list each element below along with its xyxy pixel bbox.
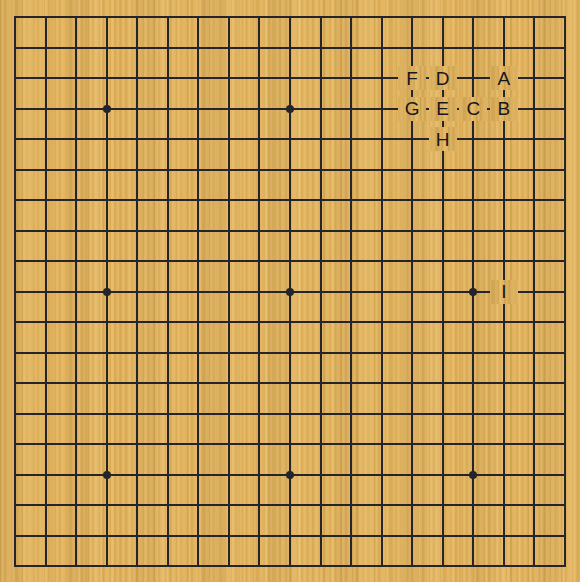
point-label-D[interactable]: D bbox=[429, 66, 457, 90]
point-label-A[interactable]: A bbox=[490, 66, 518, 90]
grid-line-horizontal bbox=[14, 382, 566, 384]
star-point bbox=[103, 105, 111, 113]
point-label-H[interactable]: H bbox=[429, 127, 457, 151]
grid-line-vertical bbox=[320, 16, 322, 567]
star-point bbox=[103, 288, 111, 296]
grid-line-vertical bbox=[533, 16, 535, 567]
star-point bbox=[286, 288, 294, 296]
star-point bbox=[103, 471, 111, 479]
grid-line-vertical bbox=[564, 16, 566, 567]
grid-line-vertical bbox=[350, 16, 352, 567]
point-label-C[interactable]: C bbox=[459, 97, 487, 121]
star-point bbox=[469, 471, 477, 479]
grid-line-horizontal bbox=[14, 504, 566, 506]
point-label-E[interactable]: E bbox=[429, 97, 457, 121]
point-label-B[interactable]: B bbox=[490, 97, 518, 121]
grid-line-horizontal bbox=[14, 321, 566, 323]
star-point bbox=[286, 471, 294, 479]
star-point bbox=[469, 288, 477, 296]
grid-line-horizontal bbox=[14, 352, 566, 354]
grid-line-horizontal bbox=[14, 535, 566, 537]
grid-line-vertical bbox=[381, 16, 383, 567]
star-point bbox=[286, 105, 294, 113]
grid-line-horizontal bbox=[14, 565, 566, 567]
grid-line-horizontal bbox=[14, 443, 566, 445]
point-label-G[interactable]: G bbox=[398, 97, 426, 121]
point-label-F[interactable]: F bbox=[398, 66, 426, 90]
go-board[interactable]: ABCDEFGHI bbox=[0, 0, 580, 582]
point-label-I[interactable]: I bbox=[490, 280, 518, 304]
grid-line-horizontal bbox=[14, 413, 566, 415]
